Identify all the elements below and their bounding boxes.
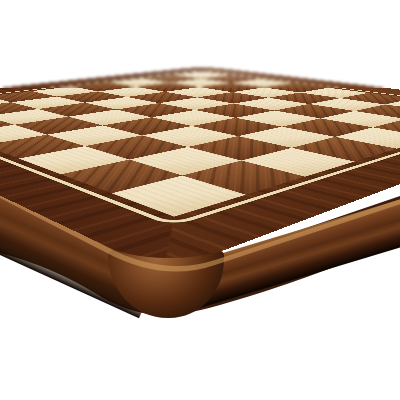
photo-stage xyxy=(0,0,400,400)
